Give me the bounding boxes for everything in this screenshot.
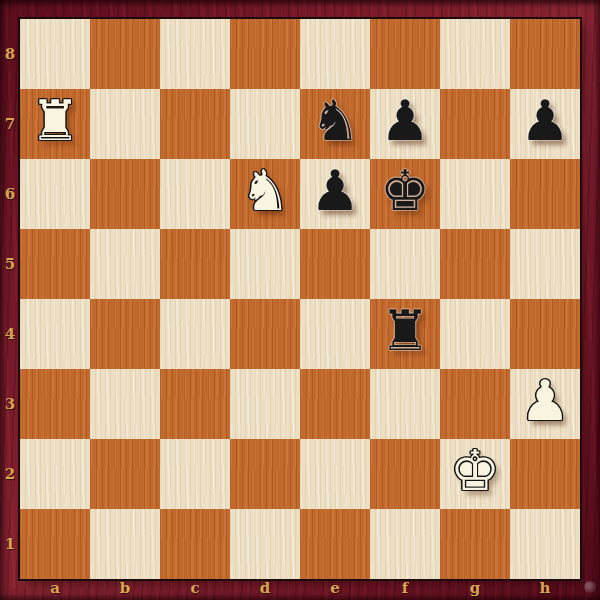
file-label-f: f: [370, 577, 440, 599]
white-pawn: ♟: [520, 373, 570, 429]
square-g1[interactable]: [440, 509, 510, 579]
square-h2[interactable]: [510, 439, 580, 509]
square-h3[interactable]: ♟: [510, 369, 580, 439]
square-b4[interactable]: [90, 299, 160, 369]
square-h6[interactable]: [510, 159, 580, 229]
file-label-b: b: [90, 577, 160, 599]
square-b1[interactable]: [90, 509, 160, 579]
square-g6[interactable]: [440, 159, 510, 229]
rank-label-8: 8: [0, 19, 20, 89]
black-pawn: ♟: [380, 93, 430, 149]
square-b2[interactable]: [90, 439, 160, 509]
square-g4[interactable]: [440, 299, 510, 369]
file-label-c: c: [160, 577, 230, 599]
rank-label-1: 1: [0, 509, 20, 579]
square-c7[interactable]: [160, 89, 230, 159]
square-f5[interactable]: [370, 229, 440, 299]
rank-label-2: 2: [0, 439, 20, 509]
square-h1[interactable]: [510, 509, 580, 579]
white-knight: ♞: [240, 163, 290, 219]
square-f7[interactable]: ♟: [370, 89, 440, 159]
black-knight: ♞: [310, 93, 360, 149]
square-d7[interactable]: [230, 89, 300, 159]
file-label-e: e: [300, 577, 370, 599]
square-h8[interactable]: [510, 19, 580, 89]
rank-label-7: 7: [0, 89, 20, 159]
square-a6[interactable]: [20, 159, 90, 229]
white-king: ♚: [450, 443, 500, 499]
square-e7[interactable]: ♞: [300, 89, 370, 159]
square-a7[interactable]: ♜: [20, 89, 90, 159]
square-e6[interactable]: ♟: [300, 159, 370, 229]
square-f3[interactable]: [370, 369, 440, 439]
black-pawn: ♟: [520, 93, 570, 149]
square-d6[interactable]: ♞: [230, 159, 300, 229]
square-h4[interactable]: [510, 299, 580, 369]
rank-label-4: 4: [0, 299, 20, 369]
square-g5[interactable]: [440, 229, 510, 299]
square-c2[interactable]: [160, 439, 230, 509]
square-d2[interactable]: [230, 439, 300, 509]
black-king: ♚: [380, 163, 430, 219]
file-label-d: d: [230, 577, 300, 599]
square-a2[interactable]: [20, 439, 90, 509]
square-g7[interactable]: [440, 89, 510, 159]
file-label-a: a: [20, 577, 90, 599]
square-e2[interactable]: [300, 439, 370, 509]
square-h7[interactable]: ♟: [510, 89, 580, 159]
file-label-g: g: [440, 577, 510, 599]
rank-labels: 87654321: [0, 19, 20, 579]
rank-label-3: 3: [0, 369, 20, 439]
square-d5[interactable]: [230, 229, 300, 299]
watermark-dot: [584, 581, 596, 593]
square-g2[interactable]: ♚: [440, 439, 510, 509]
square-f4[interactable]: ♜: [370, 299, 440, 369]
rank-label-6: 6: [0, 159, 20, 229]
square-f2[interactable]: [370, 439, 440, 509]
square-h5[interactable]: [510, 229, 580, 299]
square-d1[interactable]: [230, 509, 300, 579]
square-b5[interactable]: [90, 229, 160, 299]
square-c6[interactable]: [160, 159, 230, 229]
black-rook: ♜: [380, 303, 430, 359]
square-c8[interactable]: [160, 19, 230, 89]
square-a3[interactable]: [20, 369, 90, 439]
square-b6[interactable]: [90, 159, 160, 229]
square-a4[interactable]: [20, 299, 90, 369]
square-c1[interactable]: [160, 509, 230, 579]
square-c3[interactable]: [160, 369, 230, 439]
square-e3[interactable]: [300, 369, 370, 439]
file-label-h: h: [510, 577, 580, 599]
square-f8[interactable]: [370, 19, 440, 89]
black-pawn: ♟: [310, 163, 360, 219]
square-e5[interactable]: [300, 229, 370, 299]
rank-label-5: 5: [0, 229, 20, 299]
square-e8[interactable]: [300, 19, 370, 89]
square-b3[interactable]: [90, 369, 160, 439]
square-f1[interactable]: [370, 509, 440, 579]
square-g8[interactable]: [440, 19, 510, 89]
square-d8[interactable]: [230, 19, 300, 89]
square-e4[interactable]: [300, 299, 370, 369]
square-c4[interactable]: [160, 299, 230, 369]
white-rook: ♜: [30, 93, 80, 149]
square-g3[interactable]: [440, 369, 510, 439]
square-a5[interactable]: [20, 229, 90, 299]
chess-board: ♜♞♟♟♞♟♚♜♟♚: [20, 19, 580, 579]
square-f6[interactable]: ♚: [370, 159, 440, 229]
square-d3[interactable]: [230, 369, 300, 439]
square-a1[interactable]: [20, 509, 90, 579]
square-a8[interactable]: [20, 19, 90, 89]
square-b7[interactable]: [90, 89, 160, 159]
square-e1[interactable]: [300, 509, 370, 579]
square-d4[interactable]: [230, 299, 300, 369]
file-labels: abcdefgh: [20, 577, 580, 599]
chessboard-frame: 87654321 ♜♞♟♟♞♟♚♜♟♚ abcdefgh: [0, 0, 600, 600]
square-b8[interactable]: [90, 19, 160, 89]
square-c5[interactable]: [160, 229, 230, 299]
